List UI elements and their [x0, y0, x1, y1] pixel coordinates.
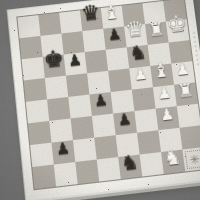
square-h1[interactable]: ✳ — [182, 147, 200, 171]
square-c7[interactable] — [61, 31, 84, 54]
square-e6[interactable] — [106, 47, 130, 70]
square-e8[interactable]: ♝ — [101, 6, 124, 29]
dust-speckles — [0, 0, 1, 1]
square-d2[interactable] — [94, 135, 118, 159]
square-f3[interactable] — [134, 109, 158, 133]
square-f4[interactable] — [132, 87, 156, 111]
square-h2[interactable] — [180, 125, 200, 149]
square-b7[interactable] — [40, 34, 63, 57]
square-h8[interactable] — [163, 0, 187, 22]
square-f5[interactable]: ♟ — [129, 66, 153, 90]
square-c5[interactable] — [66, 73, 89, 97]
square-b8[interactable] — [38, 13, 61, 36]
square-a2[interactable] — [30, 143, 54, 167]
square-h4[interactable]: ♜ — [174, 82, 198, 106]
square-b3[interactable] — [49, 118, 73, 142]
square-a5[interactable] — [24, 78, 47, 102]
square-e4[interactable] — [111, 90, 135, 114]
square-c3[interactable] — [71, 116, 95, 140]
square-e1[interactable]: ♞ — [118, 155, 142, 180]
square-a4[interactable] — [26, 99, 49, 123]
square-d8[interactable]: ♛ — [80, 8, 103, 31]
square-d7[interactable] — [82, 29, 105, 52]
photo-canvas: ♛♝♟♛♜♚♚♟♞♟♝♟♟♟♜♟♟♟♞♞✳ ∙∙∙∙∙∙∙∙ — [0, 0, 200, 200]
square-g7[interactable]: ♜ — [145, 22, 169, 45]
chess-board-photo: ♛♝♟♛♜♚♚♟♞♟♝♟♟♟♜♟♟♟♞♞✳ ∙∙∙∙∙∙∙∙ — [7, 0, 200, 200]
square-c8[interactable] — [59, 10, 82, 33]
square-g1[interactable]: ♞ — [161, 150, 185, 174]
board-corner-logo-icon: ✳ — [185, 149, 200, 169]
square-a7[interactable] — [19, 36, 42, 59]
square-e5[interactable] — [108, 68, 132, 92]
square-a8[interactable] — [17, 15, 40, 38]
square-b5[interactable] — [45, 76, 68, 100]
square-b2[interactable]: ♟ — [52, 140, 76, 164]
board-frame: ♛♝♟♛♜♚♚♟♞♟♝♟♟♟♜♟♟♟♞♞✳ ∙∙∙∙∙∙∙∙ — [7, 0, 200, 200]
square-h6[interactable] — [169, 40, 193, 63]
square-f2[interactable] — [137, 130, 161, 154]
square-g4[interactable]: ♟ — [153, 85, 177, 109]
white-bishop[interactable]: ♝ — [100, 1, 123, 24]
square-g6[interactable] — [148, 43, 172, 66]
square-g5[interactable]: ♝ — [150, 64, 174, 88]
square-d5[interactable] — [87, 71, 111, 95]
square-d4[interactable]: ♟ — [89, 92, 113, 116]
square-d6[interactable] — [85, 50, 108, 74]
board: ♛♝♟♛♜♚♚♟♞♟♝♟♟♟♜♟♟♟♞♞✳ — [16, 0, 200, 190]
square-b1[interactable] — [54, 162, 78, 187]
square-e7[interactable]: ♟ — [103, 26, 126, 49]
square-e2[interactable] — [116, 133, 140, 157]
square-c4[interactable] — [68, 95, 92, 119]
black-queen[interactable]: ♛ — [79, 2, 102, 25]
square-g8[interactable] — [142, 1, 165, 24]
square-d3[interactable] — [92, 114, 116, 138]
square-f1[interactable] — [140, 152, 164, 176]
square-f8[interactable] — [122, 3, 145, 26]
square-c6[interactable]: ♟ — [64, 52, 87, 76]
square-e3[interactable]: ♟ — [113, 111, 137, 135]
square-a6[interactable] — [22, 57, 45, 81]
square-f7[interactable]: ♛ — [124, 24, 147, 47]
square-g3[interactable]: ♟ — [156, 106, 180, 130]
square-a1[interactable] — [32, 165, 56, 190]
square-h7[interactable]: ♚ — [166, 19, 190, 42]
square-g2[interactable] — [158, 128, 182, 152]
square-h3[interactable] — [177, 104, 200, 128]
square-b6[interactable]: ♚ — [43, 54, 66, 78]
square-d1[interactable] — [97, 157, 121, 182]
square-c2[interactable] — [73, 138, 97, 162]
square-c1[interactable] — [75, 160, 99, 185]
square-f6[interactable]: ♞ — [127, 45, 151, 68]
square-h5[interactable]: ♟ — [171, 61, 195, 85]
square-b4[interactable] — [47, 97, 71, 121]
square-a3[interactable] — [28, 121, 52, 145]
